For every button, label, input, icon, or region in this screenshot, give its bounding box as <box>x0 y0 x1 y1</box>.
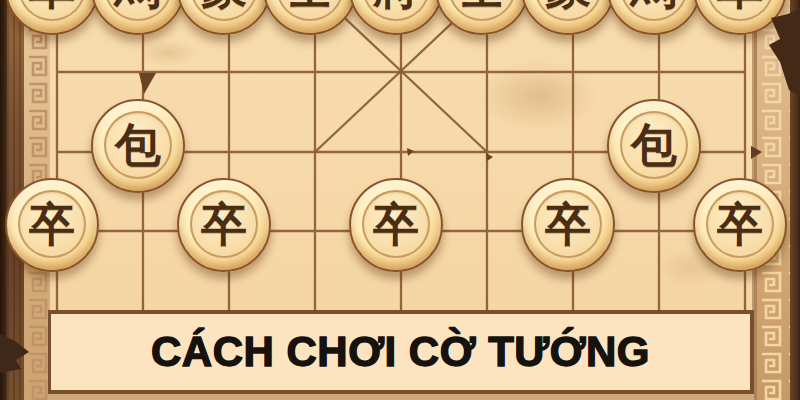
piece-glyph: 士 <box>459 0 505 10</box>
piece-black-advisor[interactable]: 士 <box>435 0 529 35</box>
piece-black-elephant[interactable]: 象 <box>521 0 615 35</box>
piece-face: 車 <box>706 0 774 21</box>
piece-black-advisor[interactable]: 士 <box>263 0 357 35</box>
piece-glyph: 卒 <box>717 201 763 247</box>
piece-face: 包 <box>104 111 172 179</box>
piece-black-cannon[interactable]: 包 <box>607 99 701 193</box>
piece-face: 士 <box>276 0 344 21</box>
piece-black-general[interactable]: 將 <box>349 0 443 35</box>
piece-glyph: 卒 <box>545 201 591 247</box>
piece-black-soldier[interactable]: 卒 <box>177 178 271 272</box>
xiangqi-promo-screenshot: CÁCH CHƠI CỜ TƯỚNG 車馬象士將士象馬車包包卒卒卒卒卒 <box>0 0 800 400</box>
piece-face: 卒 <box>18 190 86 258</box>
piece-glyph: 馬 <box>631 0 677 10</box>
piece-face: 士 <box>448 0 516 21</box>
piece-glyph: 士 <box>287 0 333 10</box>
piece-black-horse[interactable]: 馬 <box>91 0 185 35</box>
piece-face: 卒 <box>706 190 774 258</box>
piece-black-horse[interactable]: 馬 <box>607 0 701 35</box>
piece-face: 馬 <box>104 0 172 21</box>
piece-face: 象 <box>190 0 258 21</box>
piece-face: 卒 <box>534 190 602 258</box>
piece-black-chariot[interactable]: 車 <box>5 0 99 35</box>
piece-face: 象 <box>534 0 602 21</box>
piece-face: 卒 <box>362 190 430 258</box>
piece-glyph: 馬 <box>115 0 161 10</box>
piece-black-chariot[interactable]: 車 <box>693 0 787 35</box>
piece-black-cannon[interactable]: 包 <box>91 99 185 193</box>
piece-black-soldier[interactable]: 卒 <box>5 178 99 272</box>
piece-black-soldier[interactable]: 卒 <box>521 178 615 272</box>
piece-glyph: 卒 <box>373 201 419 247</box>
pieces-layer: 車馬象士將士象馬車包包卒卒卒卒卒 <box>0 0 800 400</box>
piece-black-soldier[interactable]: 卒 <box>349 178 443 272</box>
piece-glyph: 卒 <box>201 201 247 247</box>
piece-glyph: 包 <box>115 122 161 168</box>
piece-glyph: 象 <box>545 0 591 10</box>
piece-glyph: 包 <box>631 122 677 168</box>
piece-glyph: 將 <box>373 0 419 10</box>
piece-glyph: 象 <box>201 0 247 10</box>
piece-face: 卒 <box>190 190 258 258</box>
piece-face: 馬 <box>620 0 688 21</box>
piece-face: 包 <box>620 111 688 179</box>
piece-face: 車 <box>18 0 86 21</box>
piece-glyph: 卒 <box>29 201 75 247</box>
piece-glyph: 車 <box>717 0 763 10</box>
piece-black-soldier[interactable]: 卒 <box>693 178 787 272</box>
piece-black-elephant[interactable]: 象 <box>177 0 271 35</box>
piece-face: 將 <box>362 0 430 21</box>
piece-glyph: 車 <box>29 0 75 10</box>
